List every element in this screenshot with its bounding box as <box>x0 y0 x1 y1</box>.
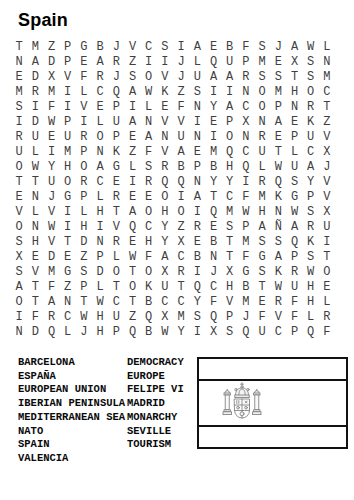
grid-cell[interactable]: X <box>157 310 173 325</box>
grid-cell[interactable]: X <box>205 325 221 340</box>
grid-cell[interactable]: C <box>141 220 157 235</box>
grid-cell[interactable]: O <box>11 220 27 235</box>
grid-cell[interactable]: I <box>173 40 189 55</box>
grid-cell[interactable]: X <box>319 145 335 160</box>
grid-cell[interactable]: P <box>108 325 124 340</box>
grid-cell[interactable]: S <box>11 265 27 280</box>
grid-cell[interactable]: L <box>319 40 335 55</box>
grid-cell[interactable]: C <box>173 250 189 265</box>
grid-cell[interactable]: X <box>43 70 59 85</box>
grid-cell[interactable]: U <box>108 115 124 130</box>
grid-cell[interactable]: G <box>286 190 302 205</box>
grid-cell[interactable]: A <box>303 160 319 175</box>
grid-cell[interactable]: P <box>286 250 302 265</box>
grid-cell[interactable]: L <box>76 205 92 220</box>
grid-cell[interactable]: E <box>60 250 76 265</box>
grid-cell[interactable]: R <box>238 70 254 85</box>
grid-cell[interactable]: T <box>254 280 270 295</box>
grid-cell[interactable]: H <box>27 235 43 250</box>
grid-cell[interactable]: L <box>76 85 92 100</box>
grid-cell[interactable]: O <box>173 205 189 220</box>
grid-cell[interactable]: O <box>92 130 108 145</box>
grid-cell[interactable]: A <box>270 115 286 130</box>
grid-cell[interactable]: H <box>286 85 302 100</box>
grid-cell[interactable]: I <box>157 55 173 70</box>
grid-cell[interactable]: A <box>189 40 205 55</box>
grid-cell[interactable]: N <box>141 115 157 130</box>
grid-cell[interactable]: N <box>11 325 27 340</box>
grid-cell[interactable]: H <box>303 280 319 295</box>
grid-cell[interactable]: J <box>76 325 92 340</box>
grid-cell[interactable]: V <box>173 115 189 130</box>
grid-cell[interactable]: O <box>76 160 92 175</box>
grid-cell[interactable]: U <box>60 130 76 145</box>
grid-cell[interactable]: L <box>92 280 108 295</box>
grid-cell[interactable]: N <box>270 205 286 220</box>
grid-cell[interactable]: S <box>303 250 319 265</box>
grid-cell[interactable]: P <box>76 145 92 160</box>
grid-cell[interactable]: U <box>11 145 27 160</box>
grid-cell[interactable]: I <box>124 100 140 115</box>
grid-cell[interactable]: P <box>286 325 302 340</box>
grid-cell[interactable]: Q <box>303 325 319 340</box>
grid-cell[interactable]: B <box>92 40 108 55</box>
grid-cell[interactable]: K <box>303 115 319 130</box>
grid-cell[interactable]: P <box>222 310 238 325</box>
grid-cell[interactable]: Q <box>124 325 140 340</box>
grid-cell[interactable]: H <box>76 220 92 235</box>
grid-cell[interactable]: R <box>303 100 319 115</box>
grid-cell[interactable]: B <box>189 250 205 265</box>
grid-cell[interactable]: R <box>319 310 335 325</box>
grid-cell[interactable]: I <box>189 325 205 340</box>
grid-cell[interactable]: O <box>108 265 124 280</box>
grid-cell[interactable]: Z <box>319 115 335 130</box>
grid-cell[interactable]: J <box>319 160 335 175</box>
grid-cell[interactable]: D <box>43 250 59 265</box>
grid-cell[interactable]: U <box>157 280 173 295</box>
grid-cell[interactable]: G <box>60 190 76 205</box>
grid-cell[interactable]: N <box>205 250 221 265</box>
grid-cell[interactable]: E <box>189 145 205 160</box>
grid-cell[interactable]: I <box>60 100 76 115</box>
grid-cell[interactable]: E <box>27 250 43 265</box>
grid-cell[interactable]: I <box>189 115 205 130</box>
grid-cell[interactable]: V <box>319 175 335 190</box>
grid-cell[interactable]: P <box>222 115 238 130</box>
grid-cell[interactable]: D <box>92 265 108 280</box>
grid-cell[interactable]: C <box>141 40 157 55</box>
grid-cell[interactable]: P <box>238 55 254 70</box>
grid-cell[interactable]: D <box>27 115 43 130</box>
grid-cell[interactable]: V <box>270 310 286 325</box>
grid-cell[interactable]: Y <box>157 235 173 250</box>
grid-cell[interactable]: A <box>141 130 157 145</box>
grid-cell[interactable]: C <box>303 145 319 160</box>
grid-cell[interactable]: S <box>254 265 270 280</box>
grid-cell[interactable]: A <box>205 70 221 85</box>
grid-cell[interactable]: U <box>319 220 335 235</box>
grid-cell[interactable]: Q <box>157 175 173 190</box>
grid-cell[interactable]: Y <box>222 175 238 190</box>
grid-cell[interactable]: R <box>157 160 173 175</box>
grid-cell[interactable]: F <box>205 295 221 310</box>
grid-cell[interactable]: A <box>92 160 108 175</box>
grid-cell[interactable]: H <box>254 205 270 220</box>
grid-cell[interactable]: A <box>254 220 270 235</box>
grid-cell[interactable]: T <box>319 100 335 115</box>
grid-cell[interactable]: U <box>173 130 189 145</box>
grid-cell[interactable]: N <box>189 100 205 115</box>
grid-cell[interactable]: A <box>124 115 140 130</box>
grid-cell[interactable]: P <box>286 130 302 145</box>
grid-cell[interactable]: M <box>254 55 270 70</box>
grid-cell[interactable]: O <box>319 265 335 280</box>
grid-cell[interactable]: I <box>76 115 92 130</box>
grid-cell[interactable]: U <box>189 70 205 85</box>
grid-cell[interactable]: F <box>286 310 302 325</box>
grid-cell[interactable]: Y <box>205 175 221 190</box>
grid-cell[interactable]: N <box>60 295 76 310</box>
grid-cell[interactable]: L <box>286 145 302 160</box>
grid-cell[interactable]: R <box>108 235 124 250</box>
grid-cell[interactable]: I <box>27 100 43 115</box>
grid-cell[interactable]: I <box>189 265 205 280</box>
grid-cell[interactable]: S <box>157 40 173 55</box>
grid-cell[interactable]: E <box>157 100 173 115</box>
grid-cell[interactable]: Z <box>173 220 189 235</box>
grid-cell[interactable]: T <box>319 250 335 265</box>
grid-cell[interactable]: C <box>92 175 108 190</box>
grid-cell[interactable]: G <box>76 40 92 55</box>
grid-cell[interactable]: B <box>222 40 238 55</box>
grid-cell[interactable]: C <box>173 295 189 310</box>
grid-cell[interactable]: M <box>238 295 254 310</box>
grid-cell[interactable]: M <box>173 310 189 325</box>
grid-cell[interactable]: V <box>76 100 92 115</box>
grid-cell[interactable]: T <box>222 235 238 250</box>
grid-cell[interactable]: Q <box>205 55 221 70</box>
grid-cell[interactable]: A <box>11 280 27 295</box>
grid-cell[interactable]: O <box>11 295 27 310</box>
grid-cell[interactable]: S <box>141 160 157 175</box>
grid-cell[interactable]: N <box>27 190 43 205</box>
grid-cell[interactable]: S <box>303 55 319 70</box>
grid-cell[interactable]: H <box>157 205 173 220</box>
grid-cell[interactable]: R <box>108 55 124 70</box>
grid-cell[interactable]: A <box>124 85 140 100</box>
grid-cell[interactable]: R <box>108 190 124 205</box>
grid-cell[interactable]: A <box>222 100 238 115</box>
grid-cell[interactable]: W <box>157 325 173 340</box>
grid-cell[interactable]: X <box>222 265 238 280</box>
grid-cell[interactable]: U <box>43 175 59 190</box>
grid-cell[interactable]: W <box>27 160 43 175</box>
grid-cell[interactable]: S <box>270 235 286 250</box>
grid-cell[interactable]: T <box>124 265 140 280</box>
grid-cell[interactable]: C <box>108 295 124 310</box>
grid-cell[interactable]: O <box>157 190 173 205</box>
grid-cell[interactable]: E <box>205 220 221 235</box>
grid-cell[interactable]: R <box>76 130 92 145</box>
grid-cell[interactable]: Q <box>189 280 205 295</box>
grid-cell[interactable]: W <box>238 205 254 220</box>
grid-cell[interactable]: T <box>108 205 124 220</box>
grid-cell[interactable]: M <box>238 235 254 250</box>
grid-cell[interactable]: S <box>254 40 270 55</box>
grid-cell[interactable]: W <box>76 310 92 325</box>
grid-cell[interactable]: J <box>173 55 189 70</box>
grid-cell[interactable]: Y <box>303 175 319 190</box>
grid-cell[interactable]: W <box>92 295 108 310</box>
grid-cell[interactable]: E <box>205 115 221 130</box>
grid-cell[interactable]: W <box>303 40 319 55</box>
grid-cell[interactable]: L <box>27 145 43 160</box>
grid-cell[interactable]: R <box>254 175 270 190</box>
grid-cell[interactable]: D <box>27 70 43 85</box>
grid-cell[interactable]: N <box>238 85 254 100</box>
grid-cell[interactable]: Q <box>238 160 254 175</box>
grid-cell[interactable]: R <box>189 220 205 235</box>
grid-cell[interactable]: E <box>124 235 140 250</box>
grid-cell[interactable]: E <box>254 295 270 310</box>
grid-cell[interactable]: S <box>124 70 140 85</box>
grid-cell[interactable]: Y <box>173 325 189 340</box>
grid-cell[interactable]: I <box>141 55 157 70</box>
grid-cell[interactable]: O <box>141 70 157 85</box>
grid-cell[interactable]: T <box>76 295 92 310</box>
grid-cell[interactable]: Z <box>124 145 140 160</box>
grid-cell[interactable]: V <box>222 295 238 310</box>
grid-cell[interactable]: Ñ <box>270 220 286 235</box>
grid-cell[interactable]: P <box>303 190 319 205</box>
grid-cell[interactable]: A <box>270 250 286 265</box>
grid-cell[interactable]: J <box>108 70 124 85</box>
grid-cell[interactable]: S <box>286 175 302 190</box>
grid-cell[interactable]: F <box>141 250 157 265</box>
grid-cell[interactable]: U <box>108 310 124 325</box>
grid-cell[interactable]: U <box>286 160 302 175</box>
grid-cell[interactable]: U <box>303 130 319 145</box>
grid-cell[interactable]: W <box>124 250 140 265</box>
grid-cell[interactable]: P <box>60 115 76 130</box>
grid-cell[interactable]: B <box>205 160 221 175</box>
grid-cell[interactable]: I <box>205 130 221 145</box>
grid-cell[interactable]: L <box>141 100 157 115</box>
grid-cell[interactable]: P <box>270 100 286 115</box>
grid-cell[interactable]: J <box>205 265 221 280</box>
grid-cell[interactable]: E <box>11 70 27 85</box>
grid-cell[interactable]: F <box>286 295 302 310</box>
grid-cell[interactable]: E <box>124 130 140 145</box>
grid-cell[interactable]: N <box>286 100 302 115</box>
grid-cell[interactable]: L <box>303 310 319 325</box>
grid-cell[interactable]: S <box>189 310 205 325</box>
grid-cell[interactable]: S <box>11 235 27 250</box>
grid-cell[interactable]: E <box>92 100 108 115</box>
grid-cell[interactable]: S <box>303 205 319 220</box>
grid-cell[interactable]: T <box>173 280 189 295</box>
grid-cell[interactable]: N <box>92 235 108 250</box>
grid-cell[interactable]: X <box>238 115 254 130</box>
grid-cell[interactable]: V <box>319 130 335 145</box>
grid-cell[interactable]: A <box>222 70 238 85</box>
grid-cell[interactable]: R <box>76 175 92 190</box>
grid-cell[interactable]: I <box>60 205 76 220</box>
grid-cell[interactable]: X <box>157 265 173 280</box>
grid-cell[interactable]: W <box>270 280 286 295</box>
grid-cell[interactable]: M <box>43 85 59 100</box>
grid-cell[interactable]: A <box>92 55 108 70</box>
grid-cell[interactable]: C <box>222 190 238 205</box>
grid-cell[interactable]: X <box>173 235 189 250</box>
grid-cell[interactable]: O <box>254 85 270 100</box>
grid-cell[interactable]: W <box>141 85 157 100</box>
grid-cell[interactable]: M <box>60 145 76 160</box>
grid-cell[interactable]: P <box>92 250 108 265</box>
grid-cell[interactable]: L <box>189 55 205 70</box>
grid-cell[interactable]: V <box>11 205 27 220</box>
grid-cell[interactable]: V <box>27 265 43 280</box>
grid-cell[interactable]: A <box>157 250 173 265</box>
grid-cell[interactable]: E <box>124 190 140 205</box>
grid-cell[interactable]: H <box>60 160 76 175</box>
grid-cell[interactable]: P <box>60 55 76 70</box>
grid-cell[interactable]: V <box>124 40 140 55</box>
grid-cell[interactable]: U <box>27 130 43 145</box>
grid-cell[interactable]: S <box>222 325 238 340</box>
grid-cell[interactable]: F <box>43 280 59 295</box>
grid-cell[interactable]: E <box>11 190 27 205</box>
grid-cell[interactable]: W <box>286 205 302 220</box>
grid-cell[interactable]: V <box>60 70 76 85</box>
grid-cell[interactable]: I <box>11 115 27 130</box>
grid-cell[interactable]: V <box>319 190 335 205</box>
grid-cell[interactable]: M <box>319 70 335 85</box>
grid-cell[interactable]: T <box>11 175 27 190</box>
grid-cell[interactable]: P <box>238 220 254 235</box>
grid-cell[interactable]: T <box>108 280 124 295</box>
grid-cell[interactable]: V <box>157 145 173 160</box>
grid-cell[interactable]: S <box>303 70 319 85</box>
grid-cell[interactable]: W <box>43 115 59 130</box>
grid-cell[interactable]: O <box>222 130 238 145</box>
grid-cell[interactable]: I <box>205 85 221 100</box>
grid-cell[interactable]: R <box>303 220 319 235</box>
grid-cell[interactable]: A <box>43 295 59 310</box>
grid-cell[interactable]: N <box>92 145 108 160</box>
grid-cell[interactable]: K <box>157 85 173 100</box>
grid-cell[interactable]: S <box>76 265 92 280</box>
grid-cell[interactable]: M <box>270 85 286 100</box>
grid-cell[interactable]: I <box>222 85 238 100</box>
grid-cell[interactable]: Q <box>124 220 140 235</box>
grid-cell[interactable]: T <box>27 175 43 190</box>
grid-cell[interactable]: H <box>222 280 238 295</box>
grid-cell[interactable]: P <box>76 280 92 295</box>
grid-cell[interactable]: F <box>254 310 270 325</box>
grid-cell[interactable]: G <box>254 250 270 265</box>
grid-cell[interactable]: C <box>270 325 286 340</box>
grid-cell[interactable]: T <box>27 295 43 310</box>
grid-cell[interactable]: H <box>141 235 157 250</box>
grid-cell[interactable]: H <box>92 310 108 325</box>
grid-cell[interactable]: T <box>205 190 221 205</box>
grid-cell[interactable]: S <box>270 70 286 85</box>
grid-cell[interactable]: R <box>43 310 59 325</box>
grid-cell[interactable]: N <box>11 55 27 70</box>
grid-cell[interactable]: M <box>27 40 43 55</box>
grid-cell[interactable]: B <box>238 280 254 295</box>
grid-cell[interactable]: I <box>43 145 59 160</box>
grid-cell[interactable]: I <box>60 85 76 100</box>
grid-cell[interactable]: Y <box>189 295 205 310</box>
grid-cell[interactable]: L <box>124 160 140 175</box>
grid-cell[interactable]: S <box>222 220 238 235</box>
grid-cell[interactable]: E <box>205 40 221 55</box>
grid-cell[interactable]: O <box>303 85 319 100</box>
grid-cell[interactable]: T <box>286 70 302 85</box>
grid-cell[interactable]: G <box>238 265 254 280</box>
grid-cell[interactable]: J <box>238 310 254 325</box>
grid-cell[interactable]: Q <box>205 205 221 220</box>
grid-cell[interactable]: W <box>270 160 286 175</box>
grid-cell[interactable]: F <box>43 100 59 115</box>
grid-cell[interactable]: C <box>205 280 221 295</box>
grid-cell[interactable]: X <box>11 250 27 265</box>
grid-cell[interactable]: Y <box>205 100 221 115</box>
grid-cell[interactable]: Z <box>60 280 76 295</box>
grid-cell[interactable]: N <box>189 130 205 145</box>
grid-cell[interactable]: T <box>270 145 286 160</box>
grid-cell[interactable]: N <box>254 115 270 130</box>
grid-cell[interactable]: C <box>319 85 335 100</box>
grid-cell[interactable]: O <box>11 160 27 175</box>
grid-cell[interactable]: Q <box>270 175 286 190</box>
grid-cell[interactable]: N <box>27 220 43 235</box>
grid-cell[interactable]: E <box>76 55 92 70</box>
grid-cell[interactable]: F <box>238 250 254 265</box>
grid-cell[interactable]: T <box>11 40 27 55</box>
grid-cell[interactable]: V <box>43 235 59 250</box>
grid-cell[interactable]: P <box>108 130 124 145</box>
grid-cell[interactable]: A <box>286 220 302 235</box>
grid-cell[interactable]: C <box>238 100 254 115</box>
grid-cell[interactable]: D <box>43 55 59 70</box>
grid-cell[interactable]: F <box>238 40 254 55</box>
grid-cell[interactable]: L <box>254 160 270 175</box>
grid-cell[interactable]: G <box>60 265 76 280</box>
grid-cell[interactable]: I <box>173 190 189 205</box>
grid-cell[interactable]: I <box>124 175 140 190</box>
grid-cell[interactable]: W <box>43 220 59 235</box>
grid-cell[interactable]: F <box>141 145 157 160</box>
grid-cell[interactable]: U <box>286 280 302 295</box>
grid-cell[interactable]: L <box>92 190 108 205</box>
grid-cell[interactable]: J <box>108 40 124 55</box>
grid-cell[interactable]: P <box>108 100 124 115</box>
grid-cell[interactable]: B <box>205 235 221 250</box>
grid-cell[interactable]: X <box>286 55 302 70</box>
grid-cell[interactable]: F <box>238 190 254 205</box>
grid-cell[interactable]: I <box>319 235 335 250</box>
grid-cell[interactable]: R <box>254 130 270 145</box>
grid-cell[interactable]: P <box>189 160 205 175</box>
grid-cell[interactable]: K <box>141 280 157 295</box>
grid-cell[interactable]: N <box>319 55 335 70</box>
grid-cell[interactable]: Z <box>124 55 140 70</box>
grid-cell[interactable]: T <box>124 295 140 310</box>
